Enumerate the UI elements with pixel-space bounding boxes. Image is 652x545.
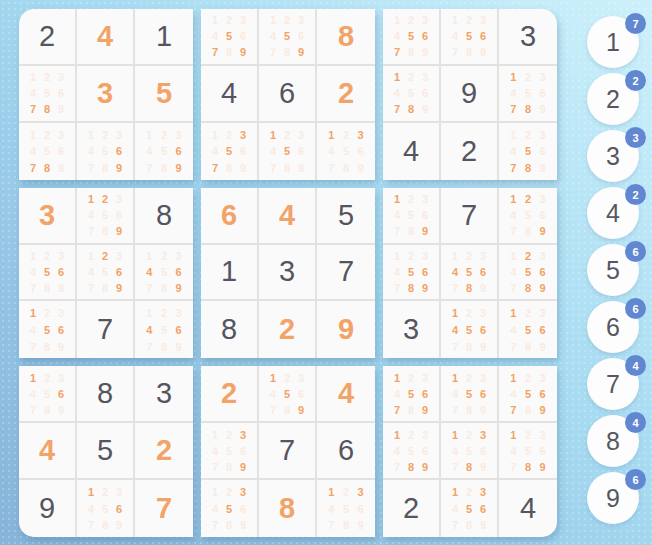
cell-r4c2[interactable]: 123456789	[77, 188, 135, 245]
cell-r4c1[interactable]: 3	[19, 188, 77, 245]
ghost-1: 1	[506, 249, 521, 265]
candidate-9: 9	[418, 402, 432, 418]
given-digit: 4	[221, 77, 237, 110]
ghost-7: 7	[26, 280, 40, 296]
ghost-2: 2	[222, 484, 236, 501]
given-digit: 9	[39, 492, 55, 525]
remaining-count-badge: 6	[625, 469, 646, 490]
ghost-2: 2	[98, 127, 112, 144]
candidate-1: 1	[324, 127, 339, 144]
ghost-3: 3	[171, 305, 186, 322]
candidate-1: 1	[448, 484, 462, 501]
candidate-5: 5	[40, 322, 54, 339]
cell-r6c6[interactable]: 9	[317, 301, 375, 358]
cell-r9c4[interactable]: 123456789	[201, 480, 259, 537]
cell-r6c1[interactable]: 123456789	[19, 301, 77, 358]
remaining-count-badge: 7	[625, 13, 646, 34]
ghost-4: 4	[26, 143, 40, 160]
ghost-4: 4	[26, 386, 40, 402]
ghost-3: 3	[535, 370, 550, 386]
candidate-4: 4	[448, 322, 462, 339]
cell-r8c9[interactable]: 123456789	[499, 423, 557, 480]
cell-r8c3[interactable]: 2	[135, 423, 193, 480]
given-digit: 5	[97, 434, 113, 467]
cell-r2c1[interactable]: 123456789	[19, 66, 77, 123]
candidate-6: 6	[112, 501, 126, 518]
candidate-1: 1	[324, 484, 339, 501]
candidate-1: 1	[506, 70, 521, 86]
candidate-7: 7	[208, 45, 222, 61]
candidate-7: 7	[26, 102, 40, 118]
ghost-5: 5	[98, 265, 112, 281]
ghost-3: 3	[476, 13, 490, 29]
ghost-2: 2	[462, 370, 476, 386]
ghost-4: 4	[208, 143, 222, 160]
candidate-1: 1	[390, 70, 404, 86]
remaining-count-badge: 6	[625, 298, 646, 319]
ghost-4: 4	[506, 86, 521, 102]
ghost-3: 3	[418, 70, 432, 86]
ghost-4: 4	[26, 86, 40, 102]
candidate-5: 5	[462, 29, 476, 45]
ghost-7: 7	[390, 224, 404, 240]
ghost-7: 7	[266, 160, 280, 177]
cell-r7c5[interactable]: 123456789	[259, 366, 317, 423]
cell-r9c7[interactable]: 2	[383, 480, 441, 537]
candidate-5: 5	[462, 386, 476, 402]
candidate-7: 7	[390, 102, 404, 118]
ghost-3: 3	[476, 305, 490, 322]
cell-r4c6[interactable]: 5	[317, 188, 375, 245]
candidate-2: 2	[521, 249, 536, 265]
ghost-1: 1	[390, 249, 404, 265]
cell-r7c6[interactable]: 4	[317, 366, 375, 423]
cell-r9c2[interactable]: 123456789	[77, 480, 135, 537]
filled-digit: 5	[156, 77, 172, 110]
cell-r2c8[interactable]: 9	[441, 66, 499, 123]
numpad-button-1[interactable]: 17	[587, 16, 639, 68]
cell-r5c7[interactable]: 123456789	[383, 245, 441, 302]
candidate-1: 1	[448, 427, 462, 443]
cell-r6c9[interactable]: 123456789	[499, 301, 557, 358]
ghost-9: 9	[476, 339, 490, 356]
candidate-1: 1	[506, 370, 521, 386]
ghost-5: 5	[339, 501, 354, 518]
cell-r7c1[interactable]: 123456789	[19, 366, 77, 423]
ghost-7: 7	[506, 339, 521, 356]
ghost-8: 8	[404, 224, 418, 240]
cell-r5c1[interactable]: 123456789	[19, 245, 77, 302]
candidate-9: 9	[418, 280, 432, 296]
ghost-2: 2	[462, 249, 476, 265]
ghost-1: 1	[26, 70, 40, 86]
cell-r3c1[interactable]: 123456789	[19, 123, 77, 180]
cell-r3c7[interactable]: 4	[383, 123, 441, 180]
cell-r3c8[interactable]: 2	[441, 123, 499, 180]
ghost-7: 7	[142, 339, 157, 356]
candidate-8: 8	[40, 160, 54, 177]
candidate-7: 7	[26, 160, 40, 177]
candidate-3: 3	[353, 127, 368, 144]
cell-r7c4[interactable]: 2	[201, 366, 259, 423]
cell-r1c7[interactable]: 123456789	[383, 9, 441, 66]
cell-r5c6[interactable]: 7	[317, 245, 375, 302]
ghost-1: 1	[266, 13, 280, 29]
ghost-4: 4	[142, 143, 157, 160]
ghost-3: 3	[418, 13, 432, 29]
cell-r5c5[interactable]: 3	[259, 245, 317, 302]
cell-r7c8[interactable]: 123456789	[441, 366, 499, 423]
ghost-6: 6	[294, 143, 308, 160]
ghost-5: 5	[404, 86, 418, 102]
cell-r1c6[interactable]: 8	[317, 9, 375, 66]
ghost-1: 1	[208, 13, 222, 29]
ghost-4: 4	[208, 443, 222, 459]
cell-r2c5[interactable]: 6	[259, 66, 317, 123]
ghost-1: 1	[208, 127, 222, 144]
ghost-9: 9	[418, 45, 432, 61]
ghost-4: 4	[208, 501, 222, 518]
candidate-1: 1	[84, 192, 98, 208]
ghost-5: 5	[521, 208, 536, 224]
cell-r8c2[interactable]: 5	[77, 423, 135, 480]
box-3-3: 1234567891234567891234567891234567891234…	[383, 366, 557, 537]
ghost-6: 6	[236, 443, 250, 459]
ghost-8: 8	[462, 45, 476, 61]
ghost-5: 5	[521, 86, 536, 102]
filled-digit: 3	[39, 199, 55, 232]
ghost-3: 3	[236, 13, 250, 29]
ghost-6: 6	[112, 208, 126, 224]
candidate-9: 9	[535, 459, 550, 475]
given-digit: 8	[156, 199, 172, 232]
ghost-4: 4	[26, 322, 40, 339]
ghost-6: 6	[418, 443, 432, 459]
candidate-8: 8	[521, 160, 536, 177]
filled-digit: 4	[279, 199, 295, 232]
candidate-1: 1	[266, 127, 280, 144]
given-digit: 7	[279, 434, 295, 467]
candidate-9: 9	[171, 280, 186, 296]
sudoku-board: 2411234567893512345678912345678912345678…	[19, 9, 557, 537]
candidate-2: 2	[98, 192, 112, 208]
cell-r6c4[interactable]: 8	[201, 301, 259, 358]
ghost-8: 8	[404, 45, 418, 61]
cell-r2c2[interactable]: 3	[77, 66, 135, 123]
ghost-8: 8	[222, 517, 236, 534]
cell-r9c8[interactable]: 123456789	[441, 480, 499, 537]
cell-r9c9[interactable]: 4	[499, 480, 557, 537]
cell-r5c9[interactable]: 123456789	[499, 245, 557, 302]
ghost-9: 9	[535, 102, 550, 118]
cell-r5c3[interactable]: 123456789	[135, 245, 193, 302]
numpad-digit: 3	[606, 142, 620, 171]
ghost-9: 9	[476, 517, 490, 534]
cell-r4c7[interactable]: 123456789	[383, 188, 441, 245]
ghost-6: 6	[54, 143, 68, 160]
box-2-2: 645137829	[201, 188, 375, 359]
ghost-6: 6	[353, 501, 368, 518]
ghost-3: 3	[112, 484, 126, 501]
numpad-button-8[interactable]: 84	[587, 415, 639, 467]
ghost-2: 2	[462, 305, 476, 322]
ghost-6: 6	[535, 208, 550, 224]
cell-r2c7[interactable]: 123456789	[383, 66, 441, 123]
candidate-9: 9	[112, 224, 126, 240]
candidate-9: 9	[112, 280, 126, 296]
ghost-7: 7	[84, 224, 98, 240]
ghost-5: 5	[98, 143, 112, 160]
candidate-1: 1	[26, 370, 40, 386]
candidate-6: 6	[54, 386, 68, 402]
ghost-7: 7	[448, 45, 462, 61]
given-digit: 3	[279, 255, 295, 288]
ghost-2: 2	[157, 127, 172, 144]
candidate-7: 7	[390, 402, 404, 418]
ghost-5: 5	[98, 208, 112, 224]
ghost-3: 3	[171, 249, 186, 265]
ghost-8: 8	[157, 160, 172, 177]
candidate-5: 5	[280, 29, 294, 45]
ghost-1: 1	[448, 249, 462, 265]
cell-r1c8[interactable]: 123456789	[441, 9, 499, 66]
filled-digit: 8	[279, 492, 295, 525]
candidate-1: 1	[266, 370, 280, 386]
cell-r4c5[interactable]: 4	[259, 188, 317, 245]
given-digit: 5	[338, 199, 354, 232]
cell-r8c8[interactable]: 123456789	[441, 423, 499, 480]
cell-r7c7[interactable]: 123456789	[383, 366, 441, 423]
ghost-4: 4	[506, 208, 521, 224]
ghost-6: 6	[418, 86, 432, 102]
cell-r6c5[interactable]: 2	[259, 301, 317, 358]
ghost-1: 1	[142, 127, 157, 144]
ghost-5: 5	[40, 86, 54, 102]
remaining-count-badge: 3	[625, 127, 646, 148]
candidate-5: 5	[462, 501, 476, 518]
cell-r2c4[interactable]: 4	[201, 66, 259, 123]
ghost-2: 2	[339, 484, 354, 501]
cell-r2c9[interactable]: 123456789	[499, 66, 557, 123]
candidate-1: 1	[84, 484, 98, 501]
ghost-3: 3	[418, 192, 432, 208]
filled-digit: 4	[39, 434, 55, 467]
ghost-2: 2	[404, 70, 418, 86]
numpad-button-4[interactable]: 42	[587, 187, 639, 239]
cell-r1c2[interactable]: 4	[77, 9, 135, 66]
ghost-4: 4	[266, 143, 280, 160]
ghost-7: 7	[84, 517, 98, 534]
ghost-7: 7	[26, 339, 40, 356]
ghost-7: 7	[26, 402, 40, 418]
cell-r4c8[interactable]: 7	[441, 188, 499, 245]
ghost-6: 6	[236, 29, 250, 45]
cell-r5c4[interactable]: 1	[201, 245, 259, 302]
numpad-digit: 1	[606, 28, 620, 57]
cell-r7c2[interactable]: 8	[77, 366, 135, 423]
ghost-6: 6	[294, 29, 308, 45]
ghost-2: 2	[280, 13, 294, 29]
cell-r4c4[interactable]: 6	[201, 188, 259, 245]
cell-r3c2[interactable]: 123456789	[77, 123, 135, 180]
candidate-5: 5	[521, 322, 536, 339]
ghost-2: 2	[339, 127, 354, 144]
cell-r3c3[interactable]: 123456789	[135, 123, 193, 180]
numpad-button-9[interactable]: 96	[587, 472, 639, 524]
cell-r3c5[interactable]: 123456789	[259, 123, 317, 180]
ghost-4: 4	[390, 29, 404, 45]
number-pad: 172233425666748496	[587, 16, 647, 524]
numpad-button-5[interactable]: 56	[587, 244, 639, 296]
cell-r3c6[interactable]: 123456789	[317, 123, 375, 180]
candidate-8: 8	[462, 280, 476, 296]
given-digit: 8	[97, 377, 113, 410]
ghost-2: 2	[157, 305, 172, 322]
ghost-4: 4	[84, 265, 98, 281]
ghost-5: 5	[98, 501, 112, 518]
cell-r1c1[interactable]: 2	[19, 9, 77, 66]
cell-r3c4[interactable]: 123456789	[201, 123, 259, 180]
ghost-6: 6	[418, 208, 432, 224]
cell-r8c7[interactable]: 123456789	[383, 423, 441, 480]
cell-r1c3[interactable]: 1	[135, 9, 193, 66]
ghost-8: 8	[280, 45, 294, 61]
ghost-4: 4	[84, 143, 98, 160]
ghost-3: 3	[535, 427, 550, 443]
ghost-2: 2	[40, 370, 54, 386]
ghost-9: 9	[476, 402, 490, 418]
candidate-5: 5	[462, 322, 476, 339]
cell-r1c4[interactable]: 123456789	[201, 9, 259, 66]
cell-r3c9[interactable]: 123456789	[499, 123, 557, 180]
numpad-button-2[interactable]: 22	[587, 73, 639, 125]
ghost-3: 3	[54, 127, 68, 144]
ghost-7: 7	[390, 459, 404, 475]
cell-r8c4[interactable]: 123456789	[201, 423, 259, 480]
cell-r9c5[interactable]: 8	[259, 480, 317, 537]
candidate-1: 1	[506, 427, 521, 443]
ghost-8: 8	[404, 402, 418, 418]
given-digit: 2	[39, 20, 55, 53]
ghost-7: 7	[448, 280, 462, 296]
numpad-digit: 6	[606, 313, 620, 342]
ghost-7: 7	[506, 280, 521, 296]
ghost-3: 3	[418, 427, 432, 443]
ghost-2: 2	[521, 370, 536, 386]
cell-r9c3[interactable]: 7	[135, 480, 193, 537]
ghost-9: 9	[535, 339, 550, 356]
ghost-8: 8	[40, 280, 54, 296]
ghost-2: 2	[222, 127, 236, 144]
numpad-button-6[interactable]: 66	[587, 301, 639, 353]
filled-digit: 8	[338, 20, 354, 53]
cell-r1c5[interactable]: 123456789	[259, 9, 317, 66]
ghost-1: 1	[142, 305, 157, 322]
ghost-9: 9	[54, 339, 68, 356]
candidate-8: 8	[404, 102, 418, 118]
candidate-8: 8	[404, 280, 418, 296]
ghost-7: 7	[208, 459, 222, 475]
cell-r9c6[interactable]: 123456789	[317, 480, 375, 537]
candidate-4: 4	[142, 322, 157, 339]
filled-digit: 3	[97, 77, 113, 110]
ghost-4: 4	[266, 386, 280, 402]
ghost-2: 2	[462, 13, 476, 29]
cell-r9c1[interactable]: 9	[19, 480, 77, 537]
candidate-1: 1	[506, 192, 521, 208]
candidate-9: 9	[294, 402, 308, 418]
cell-r7c3[interactable]: 3	[135, 366, 193, 423]
ghost-8: 8	[98, 517, 112, 534]
ghost-9: 9	[54, 160, 68, 177]
numpad-button-7[interactable]: 74	[587, 358, 639, 410]
cell-r1c9[interactable]: 3	[499, 9, 557, 66]
cell-r6c8[interactable]: 123456789	[441, 301, 499, 358]
ghost-5: 5	[157, 322, 172, 339]
filled-digit: 4	[97, 20, 113, 53]
ghost-8: 8	[280, 402, 294, 418]
ghost-4: 4	[26, 265, 40, 281]
cell-r4c3[interactable]: 8	[135, 188, 193, 245]
ghost-4: 4	[390, 208, 404, 224]
candidate-2: 2	[521, 192, 536, 208]
cell-r8c6[interactable]: 6	[317, 423, 375, 480]
candidate-5: 5	[521, 386, 536, 402]
cell-r6c3[interactable]: 123456789	[135, 301, 193, 358]
ghost-4: 4	[208, 29, 222, 45]
candidate-6: 6	[476, 386, 490, 402]
ghost-9: 9	[353, 160, 368, 177]
cell-r2c6[interactable]: 2	[317, 66, 375, 123]
ghost-4: 4	[324, 143, 339, 160]
candidate-9: 9	[236, 45, 250, 61]
cell-r2c3[interactable]: 5	[135, 66, 193, 123]
candidate-5: 5	[521, 143, 536, 160]
ghost-3: 3	[535, 305, 550, 322]
cell-r8c1[interactable]: 4	[19, 423, 77, 480]
candidate-8: 8	[521, 280, 536, 296]
ghost-5: 5	[222, 443, 236, 459]
candidate-3: 3	[236, 427, 250, 443]
ghost-8: 8	[521, 224, 536, 240]
ghost-8: 8	[40, 339, 54, 356]
candidate-4: 4	[448, 265, 462, 281]
cell-r7c9[interactable]: 123456789	[499, 366, 557, 423]
ghost-8: 8	[222, 459, 236, 475]
cell-r6c2[interactable]: 7	[77, 301, 135, 358]
cell-r4c9[interactable]: 123456789	[499, 188, 557, 245]
ghost-2: 2	[404, 192, 418, 208]
cell-r5c8[interactable]: 123456789	[441, 245, 499, 302]
ghost-2: 2	[98, 484, 112, 501]
candidate-6: 6	[112, 143, 126, 160]
ghost-7: 7	[506, 224, 521, 240]
given-digit: 8	[221, 313, 237, 346]
cell-r6c7[interactable]: 3	[383, 301, 441, 358]
cell-r5c2[interactable]: 123456789	[77, 245, 135, 302]
box-1-3: 1234567891234567893123456789912345678942…	[383, 9, 557, 180]
ghost-4: 4	[84, 208, 98, 224]
ghost-2: 2	[521, 305, 536, 322]
cell-r8c5[interactable]: 7	[259, 423, 317, 480]
ghost-8: 8	[157, 339, 172, 356]
ghost-4: 4	[448, 501, 462, 518]
candidate-3: 3	[236, 127, 250, 144]
ghost-2: 2	[40, 249, 54, 265]
candidate-7: 7	[390, 45, 404, 61]
numpad-button-3[interactable]: 33	[587, 130, 639, 182]
ghost-2: 2	[40, 127, 54, 144]
